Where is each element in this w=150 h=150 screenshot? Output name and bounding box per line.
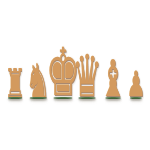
white-queen-piece: ♛	[72, 47, 102, 99]
king-felt-base	[53, 97, 72, 100]
white-bishop-piece: ♝	[99, 53, 126, 99]
queen-felt-base	[78, 97, 95, 100]
rook-felt-base	[8, 97, 22, 100]
chess-pieces-photo: ♜ ♞ ♚ ♛ ♝ ♟	[0, 0, 150, 150]
white-rook-piece: ♜	[4, 63, 26, 100]
white-pawn-piece: ♟	[126, 67, 145, 99]
bishop-felt-base	[105, 97, 121, 100]
